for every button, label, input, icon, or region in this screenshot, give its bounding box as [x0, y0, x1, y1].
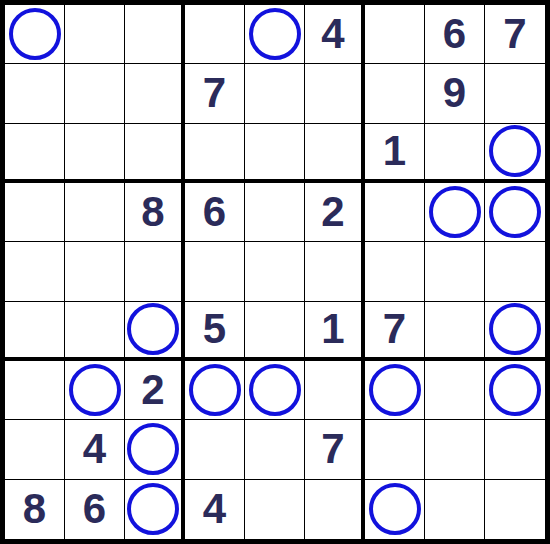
cell-r1c6[interactable]: 4: [305, 5, 365, 64]
cell-r4c2[interactable]: [65, 183, 125, 242]
cell-r6c6[interactable]: 1: [305, 302, 365, 361]
cell-r6c5[interactable]: [245, 302, 305, 361]
cell-r8c4[interactable]: [185, 420, 245, 479]
cell-r4c8[interactable]: [425, 183, 485, 242]
cell-r2c2[interactable]: [65, 64, 125, 123]
cell-r1c3[interactable]: [125, 5, 185, 64]
cell-r8c7[interactable]: [365, 420, 425, 479]
cell-r7c5[interactable]: [245, 361, 305, 420]
cell-r9c2[interactable]: 6: [65, 480, 125, 539]
given-digit: 7: [321, 428, 344, 470]
cell-r2c6[interactable]: [305, 64, 365, 123]
cell-r5c5[interactable]: [245, 242, 305, 301]
given-digit: 1: [321, 308, 344, 350]
circle-marker: [189, 364, 241, 416]
cell-r1c4[interactable]: [185, 5, 245, 64]
cell-r8c8[interactable]: [425, 420, 485, 479]
given-digit: 2: [321, 191, 344, 233]
cell-r4c3[interactable]: 8: [125, 183, 185, 242]
cell-r1c2[interactable]: [65, 5, 125, 64]
cell-r1c9[interactable]: 7: [485, 5, 545, 64]
cell-r1c1[interactable]: [5, 5, 65, 64]
circle-marker: [127, 483, 179, 535]
cell-r5c6[interactable]: [305, 242, 365, 301]
circle-marker: [489, 364, 541, 416]
circle-marker: [429, 186, 481, 238]
cell-r5c4[interactable]: [185, 242, 245, 301]
given-digit: 8: [141, 191, 164, 233]
given-digit: 7: [503, 13, 526, 55]
circle-marker: [369, 483, 421, 535]
cell-r3c4[interactable]: [185, 124, 245, 183]
sudoku-board: 467791862517247864: [0, 0, 550, 544]
cell-r2c5[interactable]: [245, 64, 305, 123]
cell-r5c9[interactable]: [485, 242, 545, 301]
given-digit: 4: [203, 488, 226, 530]
cell-r4c4[interactable]: 6: [185, 183, 245, 242]
cell-r9c1[interactable]: 8: [5, 480, 65, 539]
cell-r8c6[interactable]: 7: [305, 420, 365, 479]
cell-r4c1[interactable]: [5, 183, 65, 242]
given-digit: 6: [203, 191, 226, 233]
cell-r5c1[interactable]: [5, 242, 65, 301]
given-digit: 8: [23, 488, 46, 530]
cell-r2c1[interactable]: [5, 64, 65, 123]
cell-r9c3[interactable]: [125, 480, 185, 539]
circle-marker: [489, 125, 541, 177]
cell-r7c7[interactable]: [365, 361, 425, 420]
cell-r8c9[interactable]: [485, 420, 545, 479]
cell-r4c6[interactable]: 2: [305, 183, 365, 242]
given-digit: 5: [203, 308, 226, 350]
cell-r5c3[interactable]: [125, 242, 185, 301]
cell-r9c8[interactable]: [425, 480, 485, 539]
given-digit: 4: [83, 428, 106, 470]
cell-r8c3[interactable]: [125, 420, 185, 479]
cell-r7c1[interactable]: [5, 361, 65, 420]
cell-r3c3[interactable]: [125, 124, 185, 183]
cell-r4c5[interactable]: [245, 183, 305, 242]
cell-r7c4[interactable]: [185, 361, 245, 420]
cell-r2c8[interactable]: 9: [425, 64, 485, 123]
circle-marker: [489, 186, 541, 238]
given-digit: 4: [321, 13, 344, 55]
given-digit: 6: [443, 13, 466, 55]
circle-marker: [69, 364, 121, 416]
given-digit: 2: [141, 369, 164, 411]
cell-r1c7[interactable]: [365, 5, 425, 64]
cell-r6c3[interactable]: [125, 302, 185, 361]
cell-r4c7[interactable]: [365, 183, 425, 242]
circle-marker: [9, 8, 61, 60]
cell-r5c7[interactable]: [365, 242, 425, 301]
given-digit: 6: [83, 488, 106, 530]
cell-r9c6[interactable]: [305, 480, 365, 539]
cell-r2c9[interactable]: [485, 64, 545, 123]
given-digit: 1: [383, 130, 406, 172]
cell-r8c2[interactable]: 4: [65, 420, 125, 479]
cell-r8c5[interactable]: [245, 420, 305, 479]
cell-r9c9[interactable]: [485, 480, 545, 539]
cell-r7c9[interactable]: [485, 361, 545, 420]
given-digit: 9: [443, 72, 466, 114]
cell-r7c6[interactable]: [305, 361, 365, 420]
cell-r3c9[interactable]: [485, 124, 545, 183]
circle-marker: [369, 364, 421, 416]
cell-r6c2[interactable]: [65, 302, 125, 361]
cell-r9c7[interactable]: [365, 480, 425, 539]
cell-r4c9[interactable]: [485, 183, 545, 242]
circle-marker: [127, 303, 179, 355]
cell-r5c8[interactable]: [425, 242, 485, 301]
circle-marker: [489, 303, 541, 355]
cell-r3c7[interactable]: 1: [365, 124, 425, 183]
cell-r9c5[interactable]: [245, 480, 305, 539]
cell-r6c8[interactable]: [425, 302, 485, 361]
cell-r3c5[interactable]: [245, 124, 305, 183]
cell-r6c7[interactable]: 7: [365, 302, 425, 361]
cell-r7c8[interactable]: [425, 361, 485, 420]
cell-r5c2[interactable]: [65, 242, 125, 301]
given-digit: 7: [383, 308, 406, 350]
given-digit: 7: [203, 72, 226, 114]
cell-r7c2[interactable]: [65, 361, 125, 420]
cell-r6c9[interactable]: [485, 302, 545, 361]
circle-marker: [127, 423, 179, 475]
cell-r2c4[interactable]: 7: [185, 64, 245, 123]
cell-r2c7[interactable]: [365, 64, 425, 123]
cell-r3c6[interactable]: [305, 124, 365, 183]
cell-r6c1[interactable]: [5, 302, 65, 361]
cell-r3c2[interactable]: [65, 124, 125, 183]
cell-r2c3[interactable]: [125, 64, 185, 123]
cell-r8c1[interactable]: [5, 420, 65, 479]
cell-r6c4[interactable]: 5: [185, 302, 245, 361]
circle-marker: [249, 364, 301, 416]
cell-r3c8[interactable]: [425, 124, 485, 183]
cell-r9c4[interactable]: 4: [185, 480, 245, 539]
cell-r1c5[interactable]: [245, 5, 305, 64]
cell-r3c1[interactable]: [5, 124, 65, 183]
circle-marker: [249, 8, 301, 60]
cell-r7c3[interactable]: 2: [125, 361, 185, 420]
cell-r1c8[interactable]: 6: [425, 5, 485, 64]
